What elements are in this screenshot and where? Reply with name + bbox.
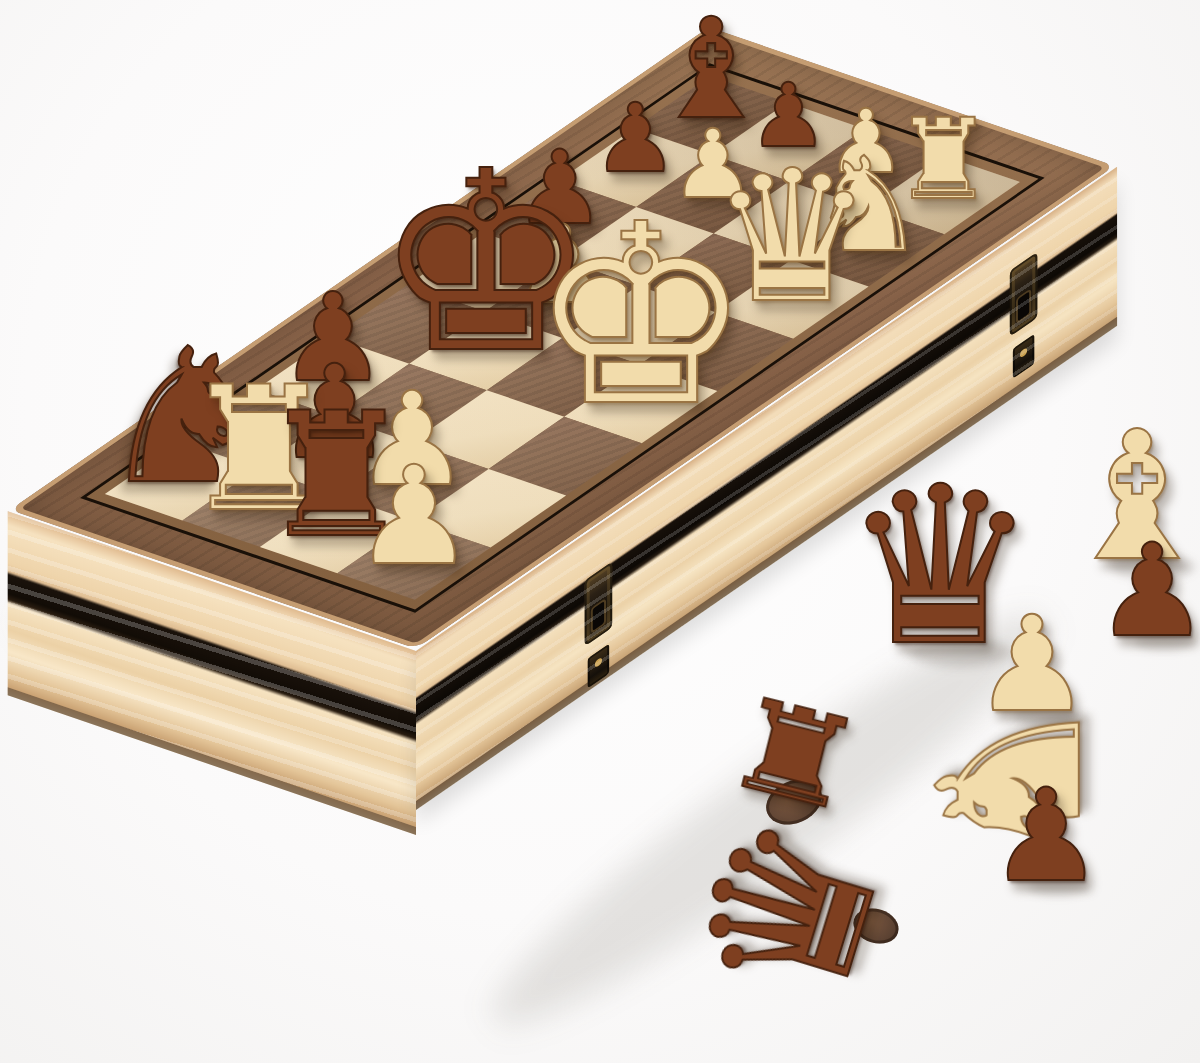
piece-white-pawn: ♟ bbox=[353, 448, 475, 584]
board-square bbox=[564, 364, 717, 443]
board-square bbox=[181, 389, 334, 468]
piece-white-queen: ♛ bbox=[711, 146, 874, 328]
board-square bbox=[487, 338, 640, 417]
piece-dark-rook: ♜ bbox=[259, 390, 413, 562]
piece-white-knight: ♞ bbox=[810, 140, 927, 270]
piece-ground-shadow bbox=[1013, 707, 1075, 725]
table-shadow-front bbox=[466, 580, 1075, 1061]
board-square bbox=[867, 155, 1020, 234]
piece-dark-pawn: ♟ bbox=[593, 91, 678, 186]
board-square bbox=[332, 285, 485, 364]
piece-white-rook: ♜ bbox=[894, 104, 994, 215]
board-lid bbox=[10, 27, 1115, 649]
piece-ground-shadow bbox=[1111, 555, 1195, 579]
clasp-hole bbox=[1018, 291, 1029, 321]
board-square bbox=[712, 102, 865, 181]
board-square bbox=[636, 155, 789, 234]
piece-ground-shadow bbox=[1134, 633, 1194, 650]
piece-white-pawn: ♟ bbox=[354, 375, 470, 504]
piece-dark-pawn-standing: ♟ bbox=[1095, 527, 1200, 655]
box-side-right bbox=[416, 167, 1117, 810]
board-square bbox=[407, 233, 560, 312]
clasp-catch bbox=[1013, 334, 1034, 379]
chessboard-grid bbox=[105, 76, 1020, 600]
clasp-hasp bbox=[1010, 252, 1038, 337]
piece-felt-base bbox=[849, 903, 903, 949]
board-square bbox=[483, 180, 636, 259]
piece-dark-bishop: ♝ bbox=[649, 0, 774, 139]
piece-dark-pawn: ♟ bbox=[514, 137, 605, 239]
product-photo-scene: ♝♟♟♜♟♟♞♟♛♟♚♚♟♟♟♞♜♜♟ ♛♝♟♟♟♜♞♛ bbox=[0, 0, 1200, 1063]
board-square bbox=[485, 259, 638, 338]
board-square bbox=[337, 521, 490, 600]
board-square bbox=[714, 181, 867, 260]
board-square bbox=[561, 207, 714, 286]
piece-white-king: ♚ bbox=[529, 192, 752, 441]
piece-dark-pawn-standing: ♟ bbox=[989, 772, 1104, 900]
brass-clasp bbox=[1007, 249, 1042, 391]
piece-dark-knight: ♞ bbox=[98, 324, 265, 510]
clasp-pin bbox=[595, 657, 602, 669]
clasp-catch bbox=[588, 644, 609, 689]
board-square bbox=[640, 312, 793, 391]
board-square bbox=[260, 495, 413, 574]
piece-white-rook: ♜ bbox=[182, 363, 336, 535]
table-shadow-left bbox=[7, 571, 452, 799]
board-square bbox=[791, 208, 944, 287]
board-square bbox=[789, 129, 942, 208]
board-square bbox=[105, 442, 258, 521]
board-square bbox=[489, 417, 642, 496]
piece-ground-shadow bbox=[1028, 878, 1088, 895]
piece-dark-pawn: ♟ bbox=[278, 276, 387, 398]
board-square bbox=[413, 469, 566, 548]
piece-white-pawn: ♟ bbox=[670, 118, 755, 213]
piece-white-bishop-standing: ♝ bbox=[1057, 408, 1200, 586]
clasp-pin bbox=[1020, 347, 1027, 359]
board-square bbox=[559, 128, 712, 207]
walnut-border bbox=[10, 27, 1115, 649]
piece-dark-king: ♚ bbox=[374, 139, 597, 388]
piece-white-pawn: ♟ bbox=[513, 211, 610, 319]
board-square bbox=[409, 311, 562, 390]
board-square bbox=[334, 364, 487, 443]
board-square bbox=[258, 416, 411, 495]
board-square bbox=[638, 233, 791, 312]
board-square bbox=[336, 442, 489, 521]
board-square bbox=[411, 390, 564, 469]
board-square bbox=[634, 76, 787, 155]
board-square bbox=[256, 337, 409, 416]
clasp-hole bbox=[593, 601, 604, 631]
piece-dark-pawn: ♟ bbox=[277, 349, 393, 478]
pinstripe-frame bbox=[80, 63, 1045, 612]
clasp-hasp bbox=[585, 561, 613, 646]
piece-dark-pawn: ♟ bbox=[749, 71, 828, 159]
board-square bbox=[562, 286, 715, 365]
piece-white-pawn: ♟ bbox=[826, 98, 905, 186]
board-square bbox=[716, 260, 869, 339]
board-square bbox=[182, 468, 335, 547]
brass-clasp bbox=[582, 559, 617, 701]
